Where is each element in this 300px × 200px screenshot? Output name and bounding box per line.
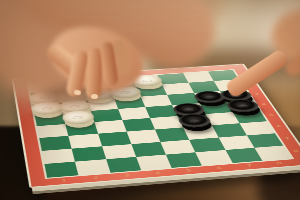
square-h5[interactable]: ⛂ — [226, 99, 260, 112]
square-a1[interactable] — [44, 161, 78, 177]
checkers-board: 12345678 12345678 ⛀⛀⛀⛀⛀⛀⛀⛀⛀⛂⛂⛀⛂⛂⛂ — [12, 64, 300, 188]
square-b1[interactable] — [75, 159, 110, 175]
board-frame: 12345678 12345678 ⛀⛀⛀⛀⛀⛀⛀⛀⛀⛂⛂⛀⛂⛂⛂ — [12, 64, 300, 188]
square-c1[interactable] — [106, 157, 141, 173]
checkers-photo-scene: 12345678 12345678 ⛀⛀⛀⛀⛀⛀⛀⛀⛀⛂⛂⛀⛂⛂⛂ — [0, 0, 300, 200]
square-h1[interactable] — [254, 145, 292, 160]
